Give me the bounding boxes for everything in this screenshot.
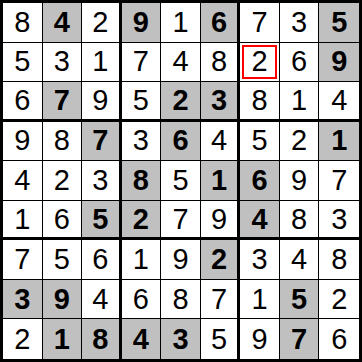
cell-r9c5[interactable]: 3 [161, 319, 201, 359]
cell-r1c8[interactable]: 3 [280, 3, 320, 43]
cell-r6c4[interactable]: 2 [122, 201, 162, 241]
cell-r2c3[interactable]: 1 [82, 43, 122, 83]
cell-r7c7[interactable]: 3 [240, 240, 280, 280]
cell-r5c5[interactable]: 5 [161, 161, 201, 201]
cell-r2c6[interactable]: 8 [201, 43, 241, 83]
cell-r9c6[interactable]: 5 [201, 319, 241, 359]
cell-r1c9[interactable]: 5 [319, 3, 359, 43]
cell-r8c9[interactable]: 2 [319, 280, 359, 320]
cell-r4c2[interactable]: 8 [43, 122, 83, 162]
cell-r8c8[interactable]: 5 [280, 280, 320, 320]
cell-r5c4[interactable]: 8 [122, 161, 162, 201]
cell-r7c9[interactable]: 8 [319, 240, 359, 280]
cell-r2c4[interactable]: 7 [122, 43, 162, 83]
cell-r9c2[interactable]: 1 [43, 319, 83, 359]
cell-r3c2[interactable]: 7 [43, 82, 83, 122]
cell-r5c9[interactable]: 7 [319, 161, 359, 201]
cell-r2c9[interactable]: 9 [319, 43, 359, 83]
cell-r1c5[interactable]: 1 [161, 3, 201, 43]
cell-r1c6[interactable]: 6 [201, 3, 241, 43]
cell-r5c2[interactable]: 2 [43, 161, 83, 201]
cell-r3c7[interactable]: 8 [240, 82, 280, 122]
cell-r8c7[interactable]: 1 [240, 280, 280, 320]
cell-r6c7[interactable]: 4 [240, 201, 280, 241]
cell-r3c4[interactable]: 5 [122, 82, 162, 122]
cell-r6c5[interactable]: 7 [161, 201, 201, 241]
cell-r4c8[interactable]: 2 [280, 122, 320, 162]
cell-r7c3[interactable]: 6 [82, 240, 122, 280]
cell-r8c4[interactable]: 6 [122, 280, 162, 320]
cell-r6c9[interactable]: 3 [319, 201, 359, 241]
cell-r3c3[interactable]: 9 [82, 82, 122, 122]
cell-r2c7[interactable]: 2 [240, 43, 280, 83]
cell-r1c2[interactable]: 4 [43, 3, 83, 43]
cell-r9c3[interactable]: 8 [82, 319, 122, 359]
cell-r5c6[interactable]: 1 [201, 161, 241, 201]
cell-r8c3[interactable]: 4 [82, 280, 122, 320]
cell-r3c5[interactable]: 2 [161, 82, 201, 122]
cell-r8c5[interactable]: 8 [161, 280, 201, 320]
cell-r3c9[interactable]: 4 [319, 82, 359, 122]
cell-r4c1[interactable]: 9 [3, 122, 43, 162]
cell-r7c5[interactable]: 9 [161, 240, 201, 280]
cell-r8c6[interactable]: 7 [201, 280, 241, 320]
cell-r5c8[interactable]: 9 [280, 161, 320, 201]
cell-r1c4[interactable]: 9 [122, 3, 162, 43]
cell-r8c2[interactable]: 9 [43, 280, 83, 320]
cell-r1c7[interactable]: 7 [240, 3, 280, 43]
cell-r4c7[interactable]: 5 [240, 122, 280, 162]
cell-r4c9[interactable]: 1 [319, 122, 359, 162]
cell-r4c5[interactable]: 6 [161, 122, 201, 162]
cell-r6c2[interactable]: 6 [43, 201, 83, 241]
cell-r5c1[interactable]: 4 [3, 161, 43, 201]
cell-r7c1[interactable]: 7 [3, 240, 43, 280]
cell-r4c6[interactable]: 4 [201, 122, 241, 162]
cell-r2c8[interactable]: 6 [280, 43, 320, 83]
cell-r6c8[interactable]: 8 [280, 201, 320, 241]
cell-r3c6[interactable]: 3 [201, 82, 241, 122]
cell-r9c1[interactable]: 2 [3, 319, 43, 359]
cell-r2c5[interactable]: 4 [161, 43, 201, 83]
cell-r4c4[interactable]: 3 [122, 122, 162, 162]
cell-r2c1[interactable]: 5 [3, 43, 43, 83]
cell-r6c1[interactable]: 1 [3, 201, 43, 241]
cell-r9c7[interactable]: 9 [240, 319, 280, 359]
cell-r6c3[interactable]: 5 [82, 201, 122, 241]
cell-r6c6[interactable]: 9 [201, 201, 241, 241]
cell-r3c1[interactable]: 6 [3, 82, 43, 122]
cell-r8c1[interactable]: 3 [3, 280, 43, 320]
cell-r2c2[interactable]: 3 [43, 43, 83, 83]
cell-r5c3[interactable]: 3 [82, 161, 122, 201]
sudoku-board: 8429167355317482696795238149873645214238… [0, 0, 362, 362]
cell-r9c4[interactable]: 4 [122, 319, 162, 359]
cell-r1c3[interactable]: 2 [82, 3, 122, 43]
cell-r7c2[interactable]: 5 [43, 240, 83, 280]
cell-r3c8[interactable]: 1 [280, 82, 320, 122]
cell-r7c8[interactable]: 4 [280, 240, 320, 280]
cell-r1c1[interactable]: 8 [3, 3, 43, 43]
cell-r7c4[interactable]: 1 [122, 240, 162, 280]
cell-r5c7[interactable]: 6 [240, 161, 280, 201]
cell-r7c6[interactable]: 2 [201, 240, 241, 280]
cell-r9c9[interactable]: 6 [319, 319, 359, 359]
cell-r4c3[interactable]: 7 [82, 122, 122, 162]
cell-r9c8[interactable]: 7 [280, 319, 320, 359]
